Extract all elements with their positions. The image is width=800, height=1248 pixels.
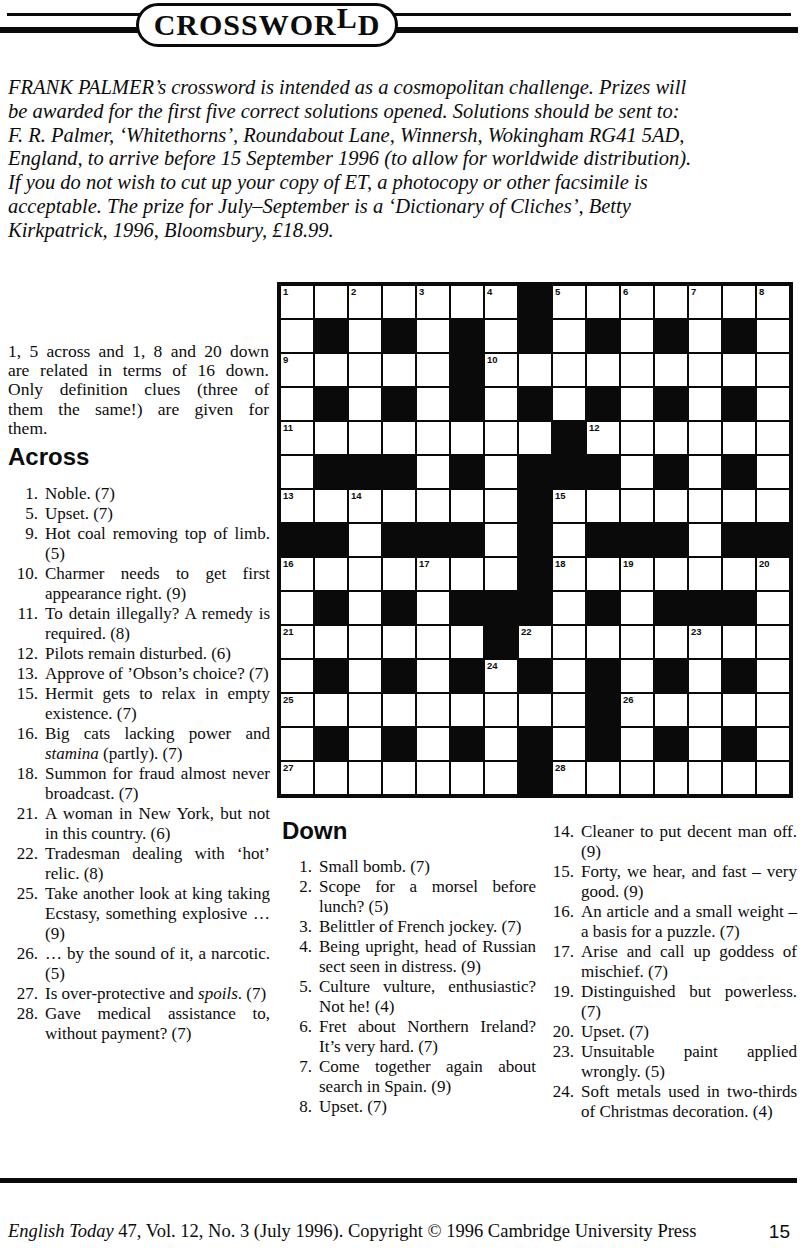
grid-cell[interactable]	[382, 693, 416, 727]
black-cell	[654, 319, 688, 353]
grid-cell[interactable]	[416, 421, 450, 455]
puzzle-note: 1, 5 across and 1, 8 and 20 downare rela…	[8, 342, 269, 438]
clue-number: 18.	[8, 764, 38, 804]
clue-text: Forty, we hear, and fast – very good. (9…	[581, 862, 797, 902]
grid-cell[interactable]: 9	[280, 353, 314, 387]
grid-cell[interactable]	[756, 455, 790, 489]
grid-cell[interactable]	[654, 761, 688, 795]
grid-cell[interactable]: 10	[484, 353, 518, 387]
grid-cell[interactable]: 26	[620, 693, 654, 727]
clue-text: Small bomb. (7)	[319, 857, 536, 877]
clue-number: 23.	[544, 1042, 574, 1082]
grid-cell[interactable]	[348, 523, 382, 557]
note-line: them.	[8, 419, 269, 438]
grid-cell[interactable]: 4	[484, 285, 518, 319]
grid-cell[interactable]	[314, 625, 348, 659]
clue-item: 21.A woman in New York, but not in this …	[8, 804, 270, 844]
grid-cell[interactable]	[654, 557, 688, 591]
grid-cell[interactable]: 11	[280, 421, 314, 455]
across-clue-list: 1.Noble. (7)5.Upset. (7)9.Hot coal remov…	[8, 484, 270, 1044]
grid-cell[interactable]: 23	[688, 625, 722, 659]
cell-number: 5	[555, 286, 560, 297]
grid-cell[interactable]	[280, 319, 314, 353]
grid-cell[interactable]	[620, 659, 654, 693]
intro-line: England, to arrive before 15 September 1…	[8, 147, 796, 171]
black-cell	[450, 319, 484, 353]
cell-number: 17	[419, 558, 430, 569]
grid-cell[interactable]	[450, 489, 484, 523]
grid-cell[interactable]	[450, 693, 484, 727]
grid-cell[interactable]	[348, 625, 382, 659]
grid-cell[interactable]	[314, 489, 348, 523]
grid-cell[interactable]	[552, 659, 586, 693]
clue-text: Noble. (7)	[45, 484, 270, 504]
black-cell	[518, 591, 552, 625]
black-cell	[586, 693, 620, 727]
grid-cell[interactable]	[756, 591, 790, 625]
black-cell	[722, 523, 756, 557]
grid-cell[interactable]	[620, 591, 654, 625]
grid-cell[interactable]	[552, 319, 586, 353]
grid-cell[interactable]	[722, 421, 756, 455]
cell-number: 24	[487, 660, 498, 671]
clue-item: 1.Small bomb. (7)	[282, 857, 536, 877]
grid-cell[interactable]	[620, 353, 654, 387]
grid-cell[interactable]	[756, 421, 790, 455]
black-cell	[654, 387, 688, 421]
grid-cell[interactable]	[756, 693, 790, 727]
grid-cell[interactable]	[450, 625, 484, 659]
clue-number: 19.	[544, 982, 574, 1022]
grid-cell[interactable]	[654, 353, 688, 387]
grid-cell[interactable]	[348, 319, 382, 353]
clue-number: 7.	[282, 1057, 312, 1097]
grid-cell[interactable]: 17	[416, 557, 450, 591]
grid-cell[interactable]	[416, 489, 450, 523]
grid-cell[interactable]	[552, 387, 586, 421]
grid-cell[interactable]	[586, 761, 620, 795]
clue-item: 3.Belittler of French jockey. (7)	[282, 917, 536, 937]
black-cell	[314, 523, 348, 557]
grid-cell[interactable]: 24	[484, 659, 518, 693]
black-cell	[518, 285, 552, 319]
grid-cell[interactable]	[382, 557, 416, 591]
black-cell	[348, 455, 382, 489]
grid-cell[interactable]	[722, 489, 756, 523]
clue-number: 8.	[282, 1097, 312, 1117]
clue-text: Upset. (7)	[319, 1097, 536, 1117]
grid-cell[interactable]	[552, 353, 586, 387]
clue-item: 25.Take another look at king taking Ecst…	[8, 884, 270, 944]
grid-cell[interactable]	[756, 489, 790, 523]
down-clue-list-2: 14.Cleaner to put decent man off. (9)15.…	[544, 822, 797, 1122]
masthead-text: CROSSWORLD	[154, 8, 381, 42]
grid-cell[interactable]	[722, 353, 756, 387]
grid-cell[interactable]	[586, 625, 620, 659]
clue-item: 24.Soft metals used in two-thirds of Chr…	[544, 1082, 797, 1122]
grid-cell[interactable]	[518, 353, 552, 387]
grid-cell[interactable]	[382, 421, 416, 455]
citation-text: 47, Vol. 12, No. 3 (July 1996). Copyrigh…	[114, 1221, 697, 1241]
grid-cell[interactable]	[688, 387, 722, 421]
clue-number: 5.	[8, 504, 38, 524]
grid-cell[interactable]	[280, 455, 314, 489]
grid-cell[interactable]	[756, 387, 790, 421]
clue-item: 17.Arise and call up goddess of mischief…	[544, 942, 797, 982]
grid-cell[interactable]	[382, 625, 416, 659]
black-cell	[518, 727, 552, 761]
black-cell	[382, 727, 416, 761]
header-rule-thick	[0, 27, 798, 33]
cell-number: 2	[351, 286, 356, 297]
intro-line: acceptable. The prize for July–September…	[8, 195, 796, 219]
grid-cell[interactable]	[552, 591, 586, 625]
black-cell	[654, 523, 688, 557]
black-cell	[416, 523, 450, 557]
grid-cell[interactable]	[450, 421, 484, 455]
grid-cell[interactable]	[382, 353, 416, 387]
grid-cell[interactable]: 15	[552, 489, 586, 523]
black-cell	[314, 319, 348, 353]
clue-text: Gave medical assistance to, without paym…	[45, 1004, 270, 1044]
black-cell	[552, 421, 586, 455]
grid-cell[interactable]	[348, 353, 382, 387]
clue-item: 12.Pilots remain disturbed. (6)	[8, 644, 270, 664]
black-cell	[518, 489, 552, 523]
grid-cell[interactable]	[620, 727, 654, 761]
grid-cell[interactable]	[552, 693, 586, 727]
cell-number: 21	[283, 626, 294, 637]
black-cell	[518, 761, 552, 795]
intro-line: If you do not wish to cut up your copy o…	[8, 171, 796, 195]
grid-cell[interactable]	[688, 319, 722, 353]
grid-cell[interactable]	[280, 387, 314, 421]
cell-number: 7	[691, 286, 696, 297]
black-cell	[586, 319, 620, 353]
black-cell	[552, 455, 586, 489]
grid-cell[interactable]: 2	[348, 285, 382, 319]
grid-cell[interactable]	[688, 761, 722, 795]
cell-number: 23	[691, 626, 702, 637]
grid-cell[interactable]: 13	[280, 489, 314, 523]
clue-item: 5.Upset. (7)	[8, 504, 270, 524]
grid-cell[interactable]: 6	[620, 285, 654, 319]
clue-item: 27.Is over-protective and spoils. (7)	[8, 984, 270, 1004]
grid-cell[interactable]	[314, 353, 348, 387]
grid-cell[interactable]	[620, 489, 654, 523]
down-clue-list-1: 1.Small bomb. (7)2.Scope for a morsel be…	[282, 857, 536, 1117]
grid-cell[interactable]	[484, 455, 518, 489]
cell-number: 11	[283, 422, 293, 433]
cell-number: 8	[759, 286, 764, 297]
grid-cell[interactable]	[756, 319, 790, 353]
clue-text: Tradesman dealing with ‘hot’ relic. (8)	[45, 844, 270, 884]
grid-cell[interactable]	[654, 421, 688, 455]
grid-cell[interactable]	[348, 591, 382, 625]
grid-cell[interactable]	[280, 659, 314, 693]
black-cell	[722, 727, 756, 761]
cell-number: 26	[623, 694, 634, 705]
black-cell	[756, 523, 790, 557]
clue-text: Upset. (7)	[45, 504, 270, 524]
black-cell	[722, 319, 756, 353]
clue-text: Take another look at king taking Ecstasy…	[45, 884, 270, 944]
masthead-badge: CROSSWORLD	[136, 3, 398, 47]
grid-cell[interactable]	[688, 693, 722, 727]
clue-item: 16.Big cats lacking power and stamina (p…	[8, 724, 270, 764]
grid-cell[interactable]	[416, 319, 450, 353]
grid-cell[interactable]	[382, 761, 416, 795]
grid-cell[interactable]	[654, 625, 688, 659]
clue-text: Culture vulture, enthusiastic? Not he! (…	[319, 977, 536, 1017]
grid-cell[interactable]	[348, 421, 382, 455]
grid-cell[interactable]	[654, 693, 688, 727]
clue-text: Fret about Northern Ireland? It’s very h…	[319, 1017, 536, 1057]
grid-cell[interactable]	[756, 727, 790, 761]
grid-cell[interactable]	[314, 421, 348, 455]
cell-number: 14	[351, 490, 362, 501]
grid-cell[interactable]	[722, 557, 756, 591]
grid-cell[interactable]	[688, 557, 722, 591]
clue-text: Big cats lacking power and stamina (part…	[45, 724, 270, 764]
grid-cell[interactable]: 27	[280, 761, 314, 795]
grid-cell[interactable]: 25	[280, 693, 314, 727]
grid-cell[interactable]: 3	[416, 285, 450, 319]
clue-text: An article and a small weight – a basis …	[581, 902, 797, 942]
footer-rule	[0, 1178, 797, 1183]
grid-cell[interactable]: 28	[552, 761, 586, 795]
grid-cell[interactable]	[620, 319, 654, 353]
clue-item: 2.Scope for a morsel before lunch? (5)	[282, 877, 536, 917]
clue-number: 5.	[282, 977, 312, 1017]
grid-cell[interactable]	[484, 489, 518, 523]
black-cell	[314, 727, 348, 761]
clue-number: 25.	[8, 884, 38, 944]
grid-cell[interactable]	[620, 421, 654, 455]
note-line: Only definition clues (three of	[8, 380, 269, 399]
clue-number: 13.	[8, 664, 38, 684]
grid-cell[interactable]	[416, 625, 450, 659]
cell-number: 10	[487, 354, 498, 365]
grid-cell[interactable]	[348, 693, 382, 727]
black-cell	[280, 523, 314, 557]
grid-cell[interactable]	[314, 693, 348, 727]
grid-cell[interactable]: 1	[280, 285, 314, 319]
grid-cell[interactable]	[280, 591, 314, 625]
grid-cell[interactable]	[416, 387, 450, 421]
black-cell	[654, 659, 688, 693]
grid-cell[interactable]	[450, 285, 484, 319]
clue-item: 14.Cleaner to put decent man off. (9)	[544, 822, 797, 862]
grid-cell[interactable]	[280, 727, 314, 761]
grid-cell[interactable]	[756, 353, 790, 387]
grid-cell[interactable]	[314, 761, 348, 795]
cell-number: 18	[555, 558, 566, 569]
grid-cell[interactable]: 18	[552, 557, 586, 591]
grid-cell[interactable]	[722, 693, 756, 727]
grid-cell[interactable]	[518, 693, 552, 727]
clue-text: Soft metals used in two-thirds of Christ…	[581, 1082, 797, 1122]
grid-cell[interactable]	[620, 455, 654, 489]
black-cell	[314, 387, 348, 421]
black-cell	[382, 387, 416, 421]
grid-cell[interactable]	[416, 727, 450, 761]
cell-number: 22	[521, 626, 532, 637]
cell-number: 15	[555, 490, 566, 501]
black-cell	[722, 659, 756, 693]
grid-cell[interactable]	[586, 353, 620, 387]
grid-cell[interactable]	[586, 557, 620, 591]
note-line: are related in terms of 16 down.	[8, 361, 269, 380]
grid-cell[interactable]	[688, 489, 722, 523]
grid-cell[interactable]	[756, 659, 790, 693]
grid-cell[interactable]	[620, 625, 654, 659]
clue-number: 20.	[544, 1022, 574, 1042]
grid-cell[interactable]	[382, 285, 416, 319]
cell-number: 19	[623, 558, 634, 569]
magazine-page: CROSSWORLD FRANK PALMER’s crossword is i…	[0, 0, 800, 1248]
grid-cell[interactable]	[348, 761, 382, 795]
black-cell	[722, 591, 756, 625]
clue-item: 10.Charmer needs to get first appearance…	[8, 564, 270, 604]
grid-cell[interactable]	[722, 625, 756, 659]
grid-cell[interactable]	[722, 285, 756, 319]
clue-number: 24.	[544, 1082, 574, 1122]
grid-cell[interactable]	[416, 761, 450, 795]
clue-item: 5.Culture vulture, enthusiastic? Not he!…	[282, 977, 536, 1017]
grid-cell[interactable]	[484, 727, 518, 761]
grid-cell[interactable]	[416, 591, 450, 625]
grid-cell[interactable]: 21	[280, 625, 314, 659]
clue-item: 16.An article and a small weight – a bas…	[544, 902, 797, 942]
grid-cell[interactable]: 20	[756, 557, 790, 591]
black-cell	[382, 455, 416, 489]
grid-cell[interactable]	[654, 285, 688, 319]
clue-number: 11.	[8, 604, 38, 644]
grid-cell[interactable]	[450, 761, 484, 795]
clue-number: 9.	[8, 524, 38, 564]
black-cell	[450, 727, 484, 761]
grid-cell[interactable]	[484, 421, 518, 455]
clue-item: 28.Gave medical assistance to, without p…	[8, 1004, 270, 1044]
grid-cell[interactable]	[688, 353, 722, 387]
grid-cell[interactable]	[348, 727, 382, 761]
black-cell	[518, 659, 552, 693]
grid-cell[interactable]	[586, 285, 620, 319]
grid-cell[interactable]: 14	[348, 489, 382, 523]
intro-line: be awarded for the first five correct so…	[8, 100, 796, 124]
black-cell	[314, 591, 348, 625]
grid-cell[interactable]	[756, 625, 790, 659]
grid-cell[interactable]	[688, 727, 722, 761]
black-cell	[484, 591, 518, 625]
clue-number: 22.	[8, 844, 38, 884]
grid-cell[interactable]	[688, 455, 722, 489]
grid-cell[interactable]	[382, 489, 416, 523]
grid-cell[interactable]	[620, 761, 654, 795]
clue-text: Arise and call up goddess of mischief. (…	[581, 942, 797, 982]
black-cell	[518, 523, 552, 557]
grid-cell[interactable]	[314, 557, 348, 591]
grid-cell[interactable]	[450, 557, 484, 591]
grid-cell[interactable]	[552, 727, 586, 761]
page-number: 15	[769, 1221, 790, 1243]
black-cell	[450, 387, 484, 421]
grid-cell[interactable]	[756, 761, 790, 795]
cell-number: 28	[555, 762, 566, 773]
clue-item: 15.Hermit gets to relax in empty existen…	[8, 684, 270, 724]
grid-cell[interactable]	[688, 421, 722, 455]
grid-cell[interactable]	[688, 523, 722, 557]
grid-cell[interactable]	[484, 693, 518, 727]
black-cell	[484, 625, 518, 659]
black-cell	[382, 319, 416, 353]
grid-cell[interactable]	[348, 557, 382, 591]
grid-cell[interactable]	[416, 455, 450, 489]
grid-cell[interactable]	[518, 421, 552, 455]
grid-cell[interactable]	[314, 285, 348, 319]
grid-cell[interactable]	[484, 387, 518, 421]
clue-item: 8.Upset. (7)	[282, 1097, 536, 1117]
grid-cell[interactable]	[552, 625, 586, 659]
grid-cell[interactable]	[586, 489, 620, 523]
grid-cell[interactable]	[484, 557, 518, 591]
grid-cell[interactable]	[484, 319, 518, 353]
grid-cell[interactable]: 19	[620, 557, 654, 591]
black-cell	[586, 455, 620, 489]
grid-cell[interactable]: 5	[552, 285, 586, 319]
black-cell	[586, 387, 620, 421]
black-cell	[586, 591, 620, 625]
black-cell	[586, 659, 620, 693]
grid-cell[interactable]	[484, 523, 518, 557]
grid-cell[interactable]	[348, 387, 382, 421]
grid-cell[interactable]	[620, 387, 654, 421]
cell-number: 12	[589, 422, 600, 433]
clue-number: 1.	[282, 857, 312, 877]
clue-item: 4.Being upright, head of Russian sect se…	[282, 937, 536, 977]
grid-cell[interactable]	[348, 659, 382, 693]
clue-text: Pilots remain disturbed. (6)	[45, 644, 270, 664]
grid-cell[interactable]	[722, 761, 756, 795]
black-cell	[450, 659, 484, 693]
note-line: them the same!) are given for	[8, 400, 269, 419]
clue-item: 1.Noble. (7)	[8, 484, 270, 504]
grid-cell[interactable]	[416, 353, 450, 387]
grid-cell[interactable]: 7	[688, 285, 722, 319]
clue-text: Unsuitable paint applied wrongly. (5)	[581, 1042, 797, 1082]
grid-cell[interactable]: 8	[756, 285, 790, 319]
grid-cell[interactable]: 12	[586, 421, 620, 455]
grid-cell[interactable]	[416, 693, 450, 727]
cell-number: 1	[283, 286, 288, 297]
grid-cell[interactable]	[688, 659, 722, 693]
grid-cell[interactable]: 22	[518, 625, 552, 659]
clue-text: Approve of ’Obson’s choice? (7)	[45, 664, 270, 684]
clue-number: 14.	[544, 822, 574, 862]
grid-cell[interactable]	[552, 523, 586, 557]
grid-cell[interactable]	[484, 761, 518, 795]
black-cell	[518, 387, 552, 421]
grid-cell[interactable]: 16	[280, 557, 314, 591]
grid-cell[interactable]	[416, 659, 450, 693]
crossword-grid: 1234567891011121314151617181920212223242…	[277, 282, 793, 798]
cell-number: 25	[283, 694, 294, 705]
black-cell	[722, 387, 756, 421]
clue-item: 9.Hot coal removing top of limb. (5)	[8, 524, 270, 564]
clue-text: A woman in New York, but not in this cou…	[45, 804, 270, 844]
grid-cell[interactable]	[654, 489, 688, 523]
